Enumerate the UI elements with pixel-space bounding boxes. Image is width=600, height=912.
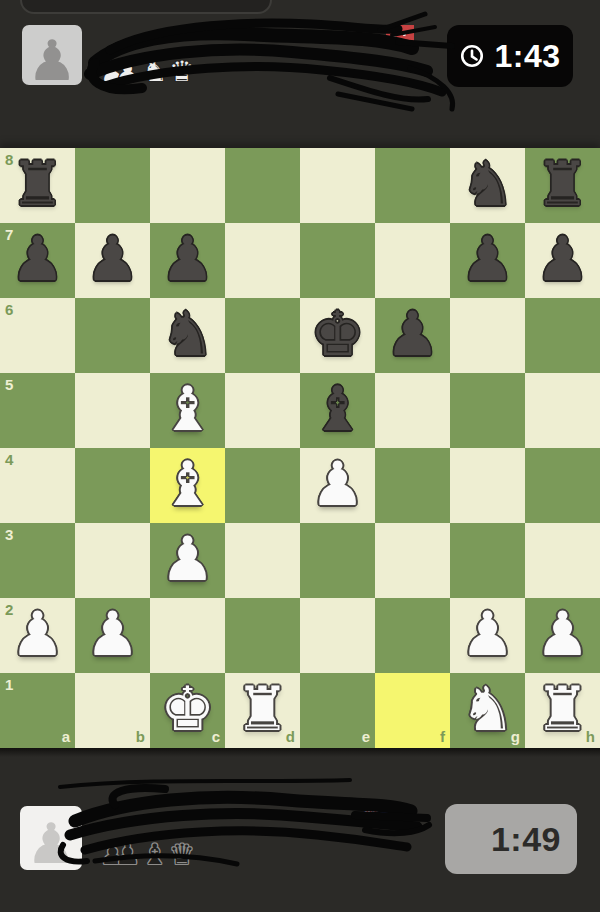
piece-white-pawn[interactable]: ♟ [535,603,590,664]
chessboard: 8♜♞♜7♟♟♟♟♟6♞♚♟5♝♝4♝♟3♟2♟♟♟♟1abc♚d♜efg♞h♜ [0,148,600,748]
australia-flag-icon [363,802,394,825]
piece-black-bishop[interactable]: ♝ [310,378,365,439]
square-f1[interactable]: f [375,673,450,748]
rank-label-1: 1 [5,677,13,692]
square-a3[interactable]: 3 [0,523,75,598]
top-bar-fragment [20,0,272,14]
piece-white-rook[interactable]: ♜ [235,678,290,739]
square-c2[interactable] [150,598,225,673]
square-g7[interactable]: ♟ [450,223,525,298]
square-f2[interactable] [375,598,450,673]
square-e6[interactable]: ♚ [300,298,375,373]
bottom-captured-pieces: ♟♟♝♛ [100,841,194,869]
piece-black-knight[interactable]: ♞ [160,303,215,364]
square-c1[interactable]: c♚ [150,673,225,748]
square-d4[interactable] [225,448,300,523]
square-e3[interactable] [300,523,375,598]
square-f6[interactable]: ♟ [375,298,450,373]
piece-white-bishop[interactable]: ♝ [160,453,215,514]
piece-black-pawn[interactable]: ♟ [160,228,215,289]
square-g8[interactable]: ♞ [450,148,525,223]
square-b2[interactable]: ♟ [75,598,150,673]
rank-label-5: 5 [5,377,13,392]
square-c8[interactable] [150,148,225,223]
top-captured-pieces: ♟♟♞♛ [100,58,194,86]
bottom-clock-time: 1:49 [491,820,561,859]
piece-white-rook[interactable]: ♜ [535,678,590,739]
square-b4[interactable] [75,448,150,523]
piece-black-rook[interactable]: ♜ [535,153,590,214]
square-f8[interactable] [375,148,450,223]
captured-white-knight-icon: ♞ [142,58,167,86]
square-h3[interactable] [525,523,600,598]
square-a6[interactable]: 6 [0,298,75,373]
piece-black-knight[interactable]: ♞ [460,153,515,214]
file-label-e: e [362,729,370,744]
rank-label-3: 3 [5,527,13,542]
square-c5[interactable]: ♝ [150,373,225,448]
turkey-flag-icon [386,25,414,44]
top-player-avatar[interactable]: ♟ [22,25,82,85]
captured-black-queen-icon: ♛ [169,841,194,869]
piece-white-pawn[interactable]: ♟ [10,603,65,664]
square-d1[interactable]: d♜ [225,673,300,748]
square-a2[interactable]: 2♟ [0,598,75,673]
file-label-f: f [440,729,445,744]
piece-black-pawn[interactable]: ♟ [460,228,515,289]
bottom-player-avatar[interactable]: ♟ [20,806,82,870]
piece-black-king[interactable]: ♚ [310,303,365,364]
square-d5[interactable] [225,373,300,448]
captured-black-bishop-icon: ♝ [142,841,167,869]
square-a4[interactable]: 4 [0,448,75,523]
square-e4[interactable]: ♟ [300,448,375,523]
piece-black-pawn[interactable]: ♟ [85,228,140,289]
square-b3[interactable] [75,523,150,598]
square-g5[interactable] [450,373,525,448]
square-h7[interactable]: ♟ [525,223,600,298]
square-d7[interactable] [225,223,300,298]
square-e1[interactable]: e [300,673,375,748]
piece-white-pawn[interactable]: ♟ [310,453,365,514]
piece-black-rook[interactable]: ♜ [10,153,65,214]
square-a8[interactable]: 8♜ [0,148,75,223]
square-f3[interactable] [375,523,450,598]
square-f7[interactable] [375,223,450,298]
square-c4[interactable]: ♝ [150,448,225,523]
square-h6[interactable] [525,298,600,373]
square-g1[interactable]: g♞ [450,673,525,748]
square-d8[interactable] [225,148,300,223]
square-c6[interactable]: ♞ [150,298,225,373]
piece-white-king[interactable]: ♚ [160,678,215,739]
piece-white-pawn[interactable]: ♟ [160,528,215,589]
file-label-b: b [136,729,145,744]
square-g3[interactable] [450,523,525,598]
piece-white-knight[interactable]: ♞ [460,678,515,739]
avatar-pawn-icon: ♟ [27,33,77,85]
square-d2[interactable] [225,598,300,673]
chess-app-screen: ♟ ♟♟♞♛ 1:43 8♜♞♜7♟♟♟♟♟6♞♚♟5♝♝4♝♟3♟2♟♟♟♟1… [0,0,600,912]
square-b5[interactable] [75,373,150,448]
piece-white-pawn[interactable]: ♟ [460,603,515,664]
square-b8[interactable] [75,148,150,223]
top-clock-time: 1:43 [494,38,560,75]
square-f5[interactable] [375,373,450,448]
square-h1[interactable]: h♜ [525,673,600,748]
piece-white-bishop[interactable]: ♝ [160,378,215,439]
square-d3[interactable] [225,523,300,598]
avatar-pawn-icon: ♟ [26,816,76,870]
piece-black-pawn[interactable]: ♟ [10,228,65,289]
square-c3[interactable]: ♟ [150,523,225,598]
captured-white-pawn-icon: ♟ [115,58,140,86]
rank-label-4: 4 [5,452,13,467]
clock-icon [459,43,485,69]
square-a1[interactable]: 1a [0,673,75,748]
square-g4[interactable] [450,448,525,523]
captured-white-queen-icon: ♛ [169,58,194,86]
square-c7[interactable]: ♟ [150,223,225,298]
square-g2[interactable]: ♟ [450,598,525,673]
square-b6[interactable] [75,298,150,373]
square-h4[interactable] [525,448,600,523]
square-a7[interactable]: 7♟ [0,223,75,298]
top-player-clock: 1:43 [447,25,573,87]
square-e5[interactable]: ♝ [300,373,375,448]
rank-label-6: 6 [5,302,13,317]
piece-white-pawn[interactable]: ♟ [85,603,140,664]
captured-black-pawn-icon: ♟ [115,841,140,869]
square-d6[interactable] [225,298,300,373]
file-label-a: a [62,729,70,744]
piece-black-pawn[interactable]: ♟ [385,303,440,364]
square-h8[interactable]: ♜ [525,148,600,223]
square-a5[interactable]: 5 [0,373,75,448]
square-b1[interactable]: b [75,673,150,748]
square-g6[interactable] [450,298,525,373]
square-f4[interactable] [375,448,450,523]
square-b7[interactable]: ♟ [75,223,150,298]
piece-black-pawn[interactable]: ♟ [535,228,590,289]
square-e8[interactable] [300,148,375,223]
bottom-player-clock: 1:49 [445,804,577,874]
square-h5[interactable] [525,373,600,448]
square-h2[interactable]: ♟ [525,598,600,673]
square-e2[interactable] [300,598,375,673]
board-bottom-shadow [0,748,600,757]
square-e7[interactable] [300,223,375,298]
